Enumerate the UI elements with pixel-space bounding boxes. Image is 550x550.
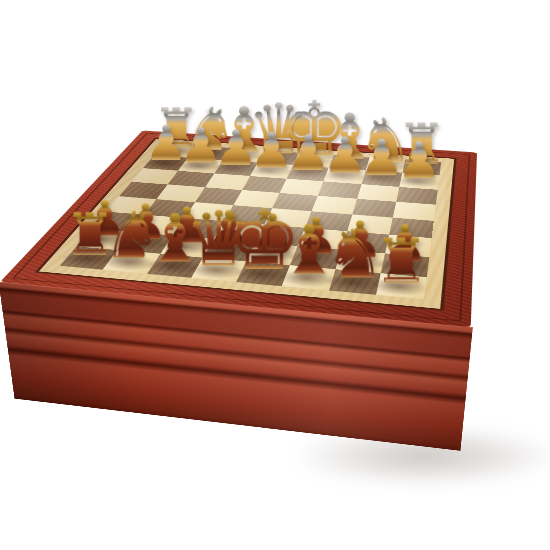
maple-border: ♜♞♝♛♚♝♞♜♟♟♟♟♟♟♟♟♟♟♟♟♟♟♟♟♜♞♝♛♚♝♞♜ — [39, 139, 454, 309]
scene: ♜♞♝♛♚♝♞♜♟♟♟♟♟♟♟♟♟♟♟♟♟♟♟♟♜♞♝♛♚♝♞♜ — [0, 0, 550, 550]
box-front-face — [0, 281, 473, 451]
chess-board: ♜♞♝♛♚♝♞♜♟♟♟♟♟♟♟♟♟♟♟♟♟♟♟♟♜♞♝♛♚♝♞♜ — [60, 143, 441, 299]
black-pawn[interactable]: ♟ — [367, 137, 471, 185]
square-h1[interactable]: ♜ — [376, 273, 427, 299]
square-h7[interactable]: ♟ — [399, 173, 439, 190]
chess-box: ♜♞♝♛♚♝♞♜♟♟♟♟♟♟♟♟♟♟♟♟♟♟♟♟♜♞♝♛♚♝♞♜ — [0, 130, 477, 327]
white-rook[interactable]: ♜ — [337, 232, 467, 291]
perspective-wrapper: ♜♞♝♛♚♝♞♜♟♟♟♟♟♟♟♟♟♟♟♟♟♟♟♟♜♞♝♛♚♝♞♜ — [0, 0, 550, 550]
